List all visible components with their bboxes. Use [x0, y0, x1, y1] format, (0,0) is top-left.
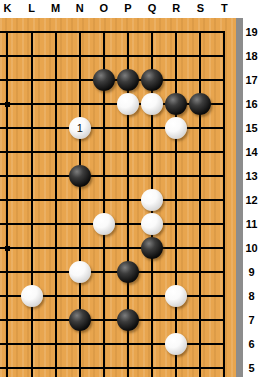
grid-vline	[127, 284, 129, 308]
intersection-L10[interactable]	[20, 236, 44, 260]
col-label-P: P	[116, 2, 140, 14]
intersection-R19[interactable]	[164, 20, 188, 44]
grid-vline	[6, 356, 8, 377]
intersection-L16[interactable]	[20, 92, 44, 116]
intersection-R14[interactable]	[164, 140, 188, 164]
intersection-R17[interactable]	[164, 68, 188, 92]
intersection-T11[interactable]	[212, 212, 236, 236]
intersection-T5[interactable]	[212, 356, 236, 377]
intersection-S7[interactable]	[188, 308, 212, 332]
grid-hline	[0, 151, 20, 153]
intersection-L5[interactable]	[20, 356, 44, 377]
intersection-K5[interactable]	[0, 356, 20, 377]
intersection-O8[interactable]	[92, 284, 116, 308]
grid-vline	[6, 44, 8, 68]
intersection-T8[interactable]	[212, 284, 236, 308]
grid-vline	[151, 164, 153, 188]
intersection-K13[interactable]	[0, 164, 20, 188]
grid-vline	[127, 188, 129, 212]
star-point-K10	[5, 246, 10, 251]
col-label-S: S	[188, 2, 212, 14]
grid-vline	[223, 332, 225, 356]
grid-vline	[55, 212, 57, 236]
grid-vline	[175, 68, 177, 92]
intersection-M10[interactable]	[44, 236, 68, 260]
intersection-K17[interactable]	[0, 68, 20, 92]
grid-vline	[199, 116, 201, 140]
intersection-N18[interactable]	[68, 44, 92, 68]
row-label-10: 10	[243, 240, 260, 256]
grid-vline	[199, 260, 201, 284]
intersection-P13[interactable]	[116, 164, 140, 188]
grid-vline	[223, 236, 225, 260]
grid-hline	[0, 79, 20, 81]
stone-black-P17[interactable]	[117, 69, 139, 91]
row-labels-strip: 1918171615141312111098765	[243, 18, 260, 377]
intersection-O19[interactable]	[92, 20, 116, 44]
intersection-Q18[interactable]	[140, 44, 164, 68]
grid-vline	[199, 140, 201, 164]
intersection-M17[interactable]	[44, 68, 68, 92]
row-label-6: 6	[243, 336, 260, 352]
intersection-P18[interactable]	[116, 44, 140, 68]
intersection-L7[interactable]	[20, 308, 44, 332]
intersection-K9[interactable]	[0, 260, 20, 284]
grid-vline	[6, 140, 8, 164]
grid-vline	[6, 116, 8, 140]
grid-vline	[127, 356, 129, 377]
grid-vline	[55, 31, 57, 44]
intersection-L9[interactable]	[20, 260, 44, 284]
intersection-L11[interactable]	[20, 212, 44, 236]
intersection-L13[interactable]	[20, 164, 44, 188]
intersection-K6[interactable]	[0, 332, 20, 356]
intersection-Q13[interactable]	[140, 164, 164, 188]
intersection-P5[interactable]	[116, 356, 140, 377]
grid-vline	[199, 68, 201, 92]
grid-vline	[6, 68, 8, 92]
intersection-M15[interactable]	[44, 116, 68, 140]
grid-vline	[31, 188, 33, 212]
grid-vline	[127, 236, 129, 260]
board-edge-strip	[236, 18, 243, 377]
grid-vline	[79, 31, 81, 44]
grid-vline	[6, 164, 8, 188]
intersection-O16[interactable]	[92, 92, 116, 116]
intersection-L6[interactable]	[20, 332, 44, 356]
grid-vline	[199, 188, 201, 212]
intersection-M5[interactable]	[44, 356, 68, 377]
intersection-T15[interactable]	[212, 116, 236, 140]
intersection-S13[interactable]	[188, 164, 212, 188]
row-label-9: 9	[243, 264, 260, 280]
intersection-Q6[interactable]	[140, 332, 164, 356]
intersection-Q15[interactable]	[140, 116, 164, 140]
stone-white-Q12[interactable]	[141, 189, 163, 211]
col-label-N: N	[68, 2, 92, 14]
grid-vline	[223, 92, 225, 116]
grid-hline	[0, 319, 20, 321]
intersection-M18[interactable]	[44, 44, 68, 68]
grid-vline	[6, 332, 8, 356]
stone-white-R15[interactable]	[165, 117, 187, 139]
grid-vline	[175, 212, 177, 236]
intersection-M6[interactable]	[44, 332, 68, 356]
grid-hline	[0, 175, 20, 177]
grid-vline	[103, 284, 105, 308]
grid-vline	[199, 236, 201, 260]
grid-vline	[151, 284, 153, 308]
intersection-K14[interactable]	[0, 140, 20, 164]
col-label-T: T	[212, 2, 236, 14]
grid-vline	[55, 260, 57, 284]
grid-vline	[103, 164, 105, 188]
grid-vline	[31, 332, 33, 356]
go-diagram-page: KLMNOPQRST 1 1918171615141312111098765	[0, 0, 260, 377]
grid-vline	[151, 308, 153, 332]
intersection-Q5[interactable]	[140, 356, 164, 377]
intersection-N14[interactable]	[68, 140, 92, 164]
grid-vline	[31, 92, 33, 116]
grid-vline	[31, 164, 33, 188]
grid-vline	[199, 332, 201, 356]
stone-white-L8[interactable]	[21, 285, 43, 307]
grid-vline	[199, 164, 201, 188]
stone-black-P9[interactable]	[117, 261, 139, 283]
stone-black-Q17[interactable]	[141, 69, 163, 91]
grid-vline	[223, 284, 225, 308]
intersection-O18[interactable]	[92, 44, 116, 68]
grid-vline	[79, 188, 81, 212]
intersection-S10[interactable]	[188, 236, 212, 260]
intersection-O9[interactable]	[92, 260, 116, 284]
intersection-O7[interactable]	[92, 308, 116, 332]
intersection-T6[interactable]	[212, 332, 236, 356]
intersection-S19[interactable]	[188, 20, 212, 44]
intersection-R9[interactable]	[164, 260, 188, 284]
grid-hline	[0, 55, 20, 57]
grid-vline	[199, 308, 201, 332]
intersection-Q19[interactable]	[140, 20, 164, 44]
grid-vline	[79, 284, 81, 308]
grid-vline	[151, 31, 153, 44]
grid-vline	[31, 116, 33, 140]
intersection-S9[interactable]	[188, 260, 212, 284]
grid-vline	[175, 140, 177, 164]
intersection-R10[interactable]	[164, 236, 188, 260]
grid-vline	[103, 140, 105, 164]
grid-vline	[55, 332, 57, 356]
grid-vline	[223, 140, 225, 164]
grid-vline	[31, 140, 33, 164]
grid-vline	[175, 164, 177, 188]
grid-vline	[31, 68, 33, 92]
grid-vline	[223, 68, 225, 92]
intersection-R13[interactable]	[164, 164, 188, 188]
grid-vline	[103, 92, 105, 116]
grid-vline	[223, 116, 225, 140]
grid-vline	[55, 116, 57, 140]
grid-vline	[175, 260, 177, 284]
intersection-K18[interactable]	[0, 44, 20, 68]
grid-hline	[0, 271, 20, 273]
row-label-14: 14	[243, 144, 260, 160]
grid-hline	[0, 295, 20, 297]
intersection-N17[interactable]	[68, 68, 92, 92]
grid-vline	[79, 212, 81, 236]
intersection-P14[interactable]	[116, 140, 140, 164]
col-label-O: O	[92, 2, 116, 14]
intersection-O5[interactable]	[92, 356, 116, 377]
grid-vline	[175, 308, 177, 332]
intersection-R12[interactable]	[164, 188, 188, 212]
grid-vline	[55, 164, 57, 188]
intersection-K15[interactable]	[0, 116, 20, 140]
intersection-K12[interactable]	[0, 188, 20, 212]
grid-vline	[175, 188, 177, 212]
grid-vline	[151, 332, 153, 356]
grid-vline	[151, 140, 153, 164]
stone-white-N15[interactable]: 1	[69, 117, 91, 139]
intersection-N10[interactable]	[68, 236, 92, 260]
stone-white-Q16[interactable]	[141, 93, 163, 115]
grid-hline	[0, 127, 20, 129]
intersection-R7[interactable]	[164, 308, 188, 332]
intersection-S12[interactable]	[188, 188, 212, 212]
grid-vline	[6, 260, 8, 284]
intersection-M12[interactable]	[44, 188, 68, 212]
intersection-T19[interactable]	[212, 20, 236, 44]
intersection-P15[interactable]	[116, 116, 140, 140]
grid-vline	[223, 31, 225, 44]
col-label-Q: Q	[140, 2, 164, 14]
intersection-T12[interactable]	[212, 188, 236, 212]
grid-vline	[79, 92, 81, 116]
intersection-P10[interactable]	[116, 236, 140, 260]
move-number-label: 1	[77, 123, 83, 134]
intersection-L18[interactable]	[20, 44, 44, 68]
grid-vline	[151, 116, 153, 140]
grid-vline	[223, 260, 225, 284]
col-label-K: K	[0, 2, 20, 14]
grid-vline	[31, 260, 33, 284]
stone-black-O17[interactable]	[93, 69, 115, 91]
stone-black-P7[interactable]	[117, 309, 139, 331]
intersection-L12[interactable]	[20, 188, 44, 212]
grid-vline	[6, 284, 8, 308]
grid-hline	[0, 199, 20, 201]
grid-hline	[0, 223, 20, 225]
intersection-K8[interactable]	[0, 284, 20, 308]
col-label-L: L	[20, 2, 44, 14]
intersection-R11[interactable]	[164, 212, 188, 236]
intersection-O10[interactable]	[92, 236, 116, 260]
intersection-S17[interactable]	[188, 68, 212, 92]
intersection-P19[interactable]	[116, 20, 140, 44]
intersection-P6[interactable]	[116, 332, 140, 356]
intersection-O6[interactable]	[92, 332, 116, 356]
intersection-S14[interactable]	[188, 140, 212, 164]
intersection-K7[interactable]	[0, 308, 20, 332]
stone-black-R16[interactable]	[165, 93, 187, 115]
intersection-S5[interactable]	[188, 356, 212, 377]
stone-white-R6[interactable]	[165, 333, 187, 355]
intersection-M9[interactable]	[44, 260, 68, 284]
intersection-N16[interactable]	[68, 92, 92, 116]
grid-vline	[223, 188, 225, 212]
intersection-P12[interactable]	[116, 188, 140, 212]
intersection-T16[interactable]	[212, 92, 236, 116]
intersection-O12[interactable]	[92, 188, 116, 212]
star-point-K16	[5, 102, 10, 107]
grid-vline	[55, 92, 57, 116]
stone-white-R8[interactable]	[165, 285, 187, 307]
intersection-M16[interactable]	[44, 92, 68, 116]
grid-vline	[223, 164, 225, 188]
intersection-T17[interactable]	[212, 68, 236, 92]
grid-vline	[151, 260, 153, 284]
intersection-N11[interactable]	[68, 212, 92, 236]
stone-white-P16[interactable]	[117, 93, 139, 115]
intersection-N6[interactable]	[68, 332, 92, 356]
grid-vline	[55, 236, 57, 260]
grid-vline	[6, 188, 8, 212]
grid-vline	[223, 356, 225, 377]
row-label-8: 8	[243, 288, 260, 304]
intersection-Q7[interactable]	[140, 308, 164, 332]
grid-vline	[55, 68, 57, 92]
intersection-O14[interactable]	[92, 140, 116, 164]
grid-vline	[175, 44, 177, 68]
grid-vline	[31, 356, 33, 377]
grid-hline	[0, 367, 20, 369]
intersection-M11[interactable]	[44, 212, 68, 236]
grid-vline	[55, 356, 57, 377]
stone-black-N7[interactable]	[69, 309, 91, 331]
grid-vline	[127, 116, 129, 140]
grid-vline	[199, 44, 201, 68]
intersection-S6[interactable]	[188, 332, 212, 356]
intersection-T10[interactable]	[212, 236, 236, 260]
grid-vline	[55, 308, 57, 332]
intersection-N12[interactable]	[68, 188, 92, 212]
column-labels-strip: KLMNOPQRST	[0, 0, 260, 18]
intersection-O15[interactable]	[92, 116, 116, 140]
intersection-R18[interactable]	[164, 44, 188, 68]
intersection-L15[interactable]	[20, 116, 44, 140]
grid-vline	[151, 356, 153, 377]
intersection-S18[interactable]	[188, 44, 212, 68]
intersection-K19[interactable]	[0, 20, 20, 44]
row-label-11: 11	[243, 216, 260, 232]
col-label-M: M	[44, 2, 68, 14]
stone-white-Q11[interactable]	[141, 213, 163, 235]
intersection-P11[interactable]	[116, 212, 140, 236]
intersection-K11[interactable]	[0, 212, 20, 236]
grid-vline	[103, 332, 105, 356]
intersection-P8[interactable]	[116, 284, 140, 308]
intersection-M7[interactable]	[44, 308, 68, 332]
intersection-T7[interactable]	[212, 308, 236, 332]
grid-vline	[31, 31, 33, 44]
grid-hline	[0, 31, 20, 33]
stone-black-N13[interactable]	[69, 165, 91, 187]
intersection-Q8[interactable]	[140, 284, 164, 308]
intersection-S8[interactable]	[188, 284, 212, 308]
intersection-L14[interactable]	[20, 140, 44, 164]
grid-vline	[103, 44, 105, 68]
grid-vline	[175, 31, 177, 44]
intersection-N8[interactable]	[68, 284, 92, 308]
intersection-L19[interactable]	[20, 20, 44, 44]
grid-vline	[103, 116, 105, 140]
intersection-M19[interactable]	[44, 20, 68, 44]
grid-vline	[127, 44, 129, 68]
stone-black-Q10[interactable]	[141, 237, 163, 259]
grid-vline	[199, 31, 201, 44]
intersection-T13[interactable]	[212, 164, 236, 188]
intersection-T9[interactable]	[212, 260, 236, 284]
go-board[interactable]: 1	[0, 18, 236, 377]
intersection-M14[interactable]	[44, 140, 68, 164]
intersection-T18[interactable]	[212, 44, 236, 68]
grid-vline	[103, 236, 105, 260]
grid-vline	[103, 260, 105, 284]
board-grid: 1	[0, 20, 236, 377]
grid-vline	[223, 212, 225, 236]
intersection-Q9[interactable]	[140, 260, 164, 284]
intersection-M8[interactable]	[44, 284, 68, 308]
row-label-17: 17	[243, 72, 260, 88]
grid-vline	[31, 44, 33, 68]
grid-vline	[79, 68, 81, 92]
row-label-19: 19	[243, 24, 260, 40]
grid-vline	[31, 308, 33, 332]
intersection-S15[interactable]	[188, 116, 212, 140]
grid-vline	[175, 356, 177, 377]
grid-vline	[6, 212, 8, 236]
intersection-R5[interactable]	[164, 356, 188, 377]
grid-vline	[127, 212, 129, 236]
grid-vline	[55, 284, 57, 308]
intersection-M13[interactable]	[44, 164, 68, 188]
intersection-Q14[interactable]	[140, 140, 164, 164]
grid-vline	[127, 31, 129, 44]
grid-vline	[79, 140, 81, 164]
row-label-7: 7	[243, 312, 260, 328]
grid-vline	[6, 31, 8, 44]
grid-vline	[79, 236, 81, 260]
grid-vline	[103, 308, 105, 332]
intersection-T14[interactable]	[212, 140, 236, 164]
grid-vline	[199, 212, 201, 236]
grid-vline	[103, 356, 105, 377]
grid-vline	[79, 332, 81, 356]
stone-white-N9[interactable]	[69, 261, 91, 283]
grid-vline	[55, 44, 57, 68]
grid-vline	[103, 188, 105, 212]
intersection-S11[interactable]	[188, 212, 212, 236]
grid-vline	[6, 308, 8, 332]
intersection-N5[interactable]	[68, 356, 92, 377]
intersection-N19[interactable]	[68, 20, 92, 44]
intersection-L17[interactable]	[20, 68, 44, 92]
intersection-O13[interactable]	[92, 164, 116, 188]
grid-vline	[55, 188, 57, 212]
grid-vline	[31, 212, 33, 236]
stone-white-O11[interactable]	[93, 213, 115, 235]
row-label-12: 12	[243, 192, 260, 208]
